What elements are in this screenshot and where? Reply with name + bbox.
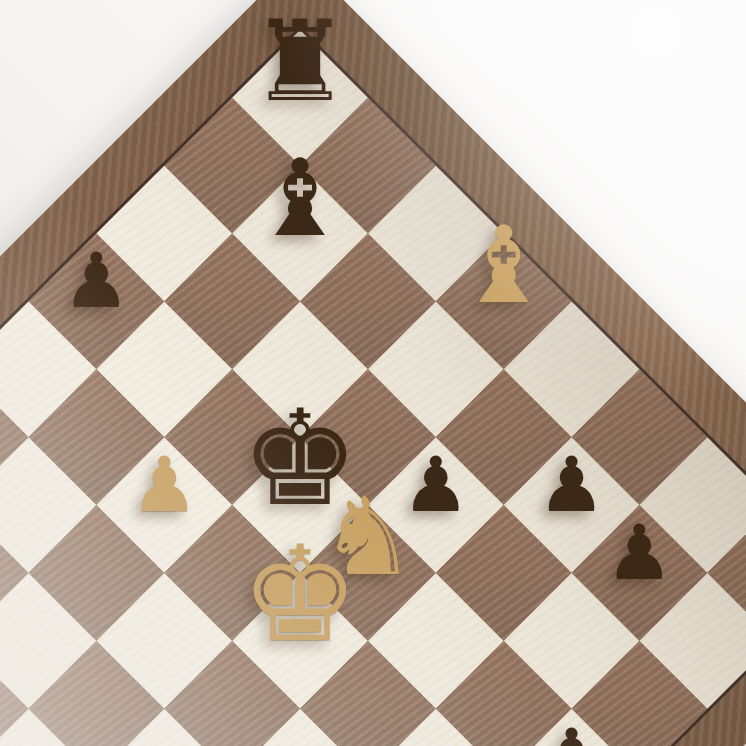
piece-white-bishop-d8[interactable]: ♝: [429, 161, 579, 331]
board-playing-area: ♜♝♝♟♟♟♟♚♞♟♟♚: [0, 26, 746, 746]
piece-white-pawn-c4[interactable]: ♟: [89, 365, 239, 535]
piece-black-pawn-h5[interactable]: ♟: [497, 637, 647, 746]
piece-white-king-e4[interactable]: ♚: [225, 501, 375, 671]
pawn-icon: ♟: [537, 720, 605, 746]
piece-black-bishop-b7[interactable]: ♝: [225, 94, 375, 264]
photo-background: ♜♝♝♟♟♟♟♚♞♟♟♚: [0, 0, 746, 746]
bishop-icon: ♝: [252, 149, 347, 250]
pawn-icon: ♟: [62, 245, 130, 317]
board-grid: ♜♝♝♟♟♟♟♚♞♟♟♚: [0, 30, 746, 746]
piece-black-pawn-g7[interactable]: ♟: [564, 433, 714, 603]
pawn-icon: ♟: [130, 449, 198, 521]
bishop-icon: ♝: [456, 217, 551, 318]
square-h5[interactable]: ♟: [504, 709, 640, 746]
pawn-icon: ♟: [605, 517, 673, 589]
king-icon: ♚: [241, 531, 359, 656]
chess-board-frame: ♜♝♝♟♟♟♟♚♞♟♟♚: [0, 0, 746, 746]
piece-black-pawn-a5[interactable]: ♟: [21, 161, 171, 331]
